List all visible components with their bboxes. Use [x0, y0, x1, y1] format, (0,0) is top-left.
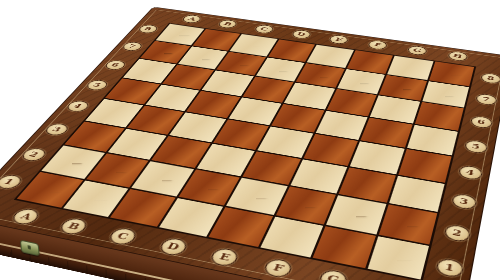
coord-rank-6-left: 6 — [103, 60, 126, 70]
coord-rank-7-left: 7 — [121, 42, 143, 52]
piece-white-bishop[interactable]: ♗ — [268, 192, 314, 243]
coord-rank-4-left: 4 — [65, 100, 90, 112]
piece-black-pawn[interactable]: ♟ — [152, 30, 176, 56]
piece-white-knight[interactable]: ♘ — [74, 159, 115, 205]
piece-black-pawn[interactable]: ♟ — [228, 41, 252, 68]
coord-rank-8-right: 8 — [481, 73, 500, 84]
piece-black-pawn[interactable]: ♟ — [348, 59, 373, 87]
piece-white-king[interactable]: ♔ — [209, 164, 271, 233]
coord-rank-1-left: 1 — [0, 174, 23, 189]
coord-rank-6-right: 6 — [470, 116, 491, 129]
coord-rank-4-right: 4 — [458, 165, 481, 180]
coord-rank-1-right: 1 — [436, 258, 463, 278]
chess-board[interactable]: ABCDEFGH ABCDEFGH 87654321 87654321 ♜♞♝♛… — [0, 7, 500, 280]
coord-file-c-bottom: C — [108, 227, 138, 245]
square-h1[interactable]: ♖ — [367, 236, 429, 280]
photo-stage: ABCDEFGH ABCDEFGH 87654321 87654321 ♜♞♝♛… — [0, 0, 500, 280]
coord-rank-7-right: 7 — [476, 94, 496, 106]
coord-file-a-bottom: A — [11, 208, 41, 225]
coord-rank-3-right: 3 — [452, 193, 476, 209]
coord-file-d-bottom: D — [158, 237, 188, 255]
square-e6[interactable] — [284, 83, 335, 110]
piece-black-pawn[interactable]: ♟ — [190, 36, 214, 63]
piece-white-rook[interactable]: ♖ — [376, 217, 419, 265]
piece-black-pawn[interactable]: ♟ — [390, 65, 415, 93]
piece-white-knight[interactable]: ♘ — [322, 205, 366, 254]
coord-file-b-bottom: B — [59, 217, 89, 234]
piece-black-pawn[interactable]: ♟ — [307, 53, 332, 81]
piece-white-rook[interactable]: ♖ — [29, 153, 68, 196]
coord-file-e-bottom: E — [210, 247, 239, 266]
coord-rank-5-right: 5 — [465, 140, 487, 154]
piece-black-pawn[interactable]: ♟ — [433, 71, 459, 100]
coord-file-g-bottom: G — [319, 269, 348, 280]
coord-rank-5-left: 5 — [85, 79, 109, 90]
coord-file-f-bottom: F — [264, 258, 293, 278]
piece-white-bishop[interactable]: ♗ — [120, 165, 164, 214]
piece-black-pawn[interactable]: ♟ — [267, 47, 291, 74]
product-photo: ABCDEFGH ABCDEFGH 87654321 87654321 ♜♞♝♛… — [0, 0, 500, 280]
coord-rank-2-right: 2 — [444, 224, 469, 242]
square-f1[interactable]: ♗ — [260, 216, 324, 257]
